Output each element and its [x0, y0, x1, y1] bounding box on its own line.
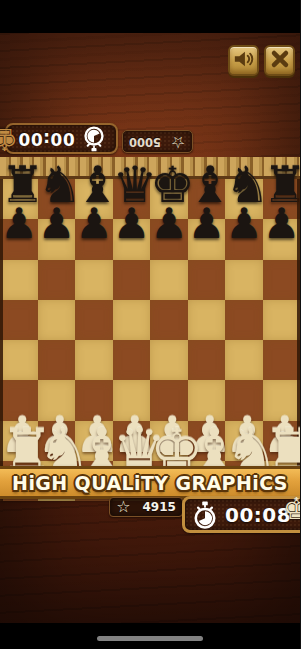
close-button[interactable]	[264, 45, 295, 76]
black-pawn-f7[interactable]: ♟	[188, 203, 226, 245]
phone-screen: ♚ 00:00 5000 ☆ HiGH QUALiTY GRAPHiCS ☆ 4…	[0, 0, 300, 649]
square-b6[interactable]	[38, 260, 76, 300]
opponent-timer-icon	[83, 126, 105, 152]
square-b5[interactable]	[38, 300, 76, 340]
promo-banner-text: HiGH QUALiTY GRAPHiCS	[12, 472, 288, 494]
square-a6[interactable]	[0, 260, 38, 300]
player-score-panel: ☆ 4915	[109, 497, 183, 517]
home-indicator	[97, 636, 203, 641]
square-h6[interactable]	[263, 260, 301, 300]
promo-banner: HiGH QUALiTY GRAPHiCS	[0, 466, 300, 499]
black-pawn-a7[interactable]: ♟	[0, 203, 38, 245]
square-a4[interactable]	[0, 340, 38, 380]
black-pawn-b7[interactable]: ♟	[38, 203, 76, 245]
speaker-icon	[233, 48, 255, 73]
opponent-score-value: 5000	[129, 135, 161, 149]
square-f6[interactable]	[188, 260, 226, 300]
player-timer-panel: 00:08	[182, 496, 300, 533]
square-a5[interactable]	[0, 300, 38, 340]
black-pawn-e7[interactable]: ♟	[150, 203, 188, 245]
black-pawn-h7[interactable]: ♟	[263, 203, 301, 245]
square-c5[interactable]	[75, 300, 113, 340]
black-pawn-d7[interactable]: ♟	[113, 203, 151, 245]
square-e4[interactable]	[150, 340, 188, 380]
square-h4[interactable]	[263, 340, 301, 380]
square-g4[interactable]	[225, 340, 263, 380]
square-h5[interactable]	[263, 300, 301, 340]
square-d6[interactable]	[113, 260, 151, 300]
square-e5[interactable]	[150, 300, 188, 340]
player-star-icon: ☆	[116, 499, 130, 515]
square-b4[interactable]	[38, 340, 76, 380]
square-f4[interactable]	[188, 340, 226, 380]
square-g5[interactable]	[225, 300, 263, 340]
square-f5[interactable]	[188, 300, 226, 340]
opponent-timer-panel: 00:00	[5, 123, 118, 154]
opponent-star-icon: ☆	[171, 134, 185, 150]
black-pawn-g7[interactable]: ♟	[225, 203, 263, 245]
black-pawn-c7[interactable]: ♟	[75, 203, 113, 245]
square-c4[interactable]	[75, 340, 113, 380]
square-d4[interactable]	[113, 340, 151, 380]
opponent-timer-value: 00:00	[18, 129, 75, 149]
square-g6[interactable]	[225, 260, 263, 300]
player-timer-value: 00:08	[225, 503, 291, 527]
player-score-value: 4915	[142, 500, 175, 514]
close-icon	[269, 48, 291, 73]
sound-button[interactable]	[228, 45, 259, 76]
square-e6[interactable]	[150, 260, 188, 300]
player-timer-icon	[193, 501, 217, 529]
opponent-score-panel: 5000 ☆	[122, 130, 193, 153]
square-d5[interactable]	[113, 300, 151, 340]
square-c6[interactable]	[75, 260, 113, 300]
